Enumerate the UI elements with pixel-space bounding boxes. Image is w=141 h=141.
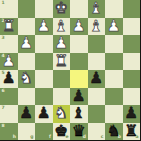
square-c8[interactable]: c [88, 123, 106, 141]
square-d3[interactable] [70, 35, 88, 53]
square-b1[interactable] [105, 0, 123, 18]
square-f7[interactable]: ♟ [35, 105, 53, 123]
square-e7[interactable]: ♞ [53, 105, 71, 123]
piece-white-bishop[interactable]: ♝ [54, 18, 68, 34]
square-g1[interactable] [18, 0, 36, 18]
square-f8[interactable]: f [35, 123, 53, 141]
square-g5[interactable]: ♞ [18, 70, 36, 88]
square-b8[interactable]: b♞ [105, 123, 123, 141]
square-c4[interactable] [88, 53, 106, 71]
square-a4[interactable] [123, 53, 141, 71]
piece-black-queen[interactable]: ♛ [72, 123, 86, 139]
square-g2[interactable] [18, 18, 36, 36]
square-e2[interactable]: ♝ [53, 18, 71, 36]
piece-black-pawn[interactable]: ♟ [124, 106, 138, 122]
square-g3[interactable]: ♟ [18, 35, 36, 53]
piece-black-bishop[interactable]: ♝ [72, 106, 86, 122]
square-h6[interactable]: 6 [0, 88, 18, 106]
square-h3[interactable]: 3 [0, 35, 18, 53]
square-e6[interactable] [53, 88, 71, 106]
square-f4[interactable] [35, 53, 53, 71]
square-f3[interactable] [35, 35, 53, 53]
square-e4[interactable]: ♜ [53, 53, 71, 71]
piece-black-pawn[interactable]: ♟ [89, 71, 103, 87]
square-b2[interactable]: ♟ [105, 18, 123, 36]
piece-black-pawn[interactable]: ♟ [2, 71, 16, 87]
square-a2[interactable] [123, 18, 141, 36]
square-d6[interactable]: ♟ [70, 88, 88, 106]
file-label-f: f [49, 135, 51, 140]
piece-black-pawn[interactable]: ♟ [37, 106, 51, 122]
piece-white-pawn[interactable]: ♟ [19, 36, 33, 52]
piece-white-pawn[interactable]: ♟ [54, 36, 68, 52]
square-h4[interactable]: 4♟ [0, 53, 18, 71]
piece-white-king[interactable]: ♚ [54, 1, 68, 17]
square-d1[interactable] [70, 0, 88, 18]
rank-label-1: 1 [2, 1, 5, 6]
piece-white-rook[interactable]: ♜ [2, 18, 16, 34]
square-h5[interactable]: 5♟ [0, 70, 18, 88]
piece-black-knight[interactable]: ♞ [107, 123, 121, 139]
square-a7[interactable]: ♟ [123, 105, 141, 123]
piece-black-pawn[interactable]: ♟ [19, 106, 33, 122]
square-a6[interactable] [123, 88, 141, 106]
square-g4[interactable] [18, 53, 36, 71]
square-f6[interactable] [35, 88, 53, 106]
square-c1[interactable]: ♝ [88, 0, 106, 18]
square-d5[interactable] [70, 70, 88, 88]
square-a5[interactable] [123, 70, 141, 88]
square-h8[interactable]: 8h [0, 123, 18, 141]
chess-board: 1♚♝2♜♟♝♟♝♟3♟♟4♟♜5♟♞♟6♟7♟♟♞♝♟8hgfe♚d♛cb♞a… [0, 0, 140, 140]
square-d2[interactable]: ♟ [70, 18, 88, 36]
rank-label-3: 3 [2, 36, 5, 41]
piece-black-pawn[interactable]: ♟ [72, 88, 86, 104]
square-h1[interactable]: 1 [0, 0, 18, 18]
rank-label-8: 8 [2, 124, 5, 129]
square-b6[interactable] [105, 88, 123, 106]
square-g8[interactable]: g [18, 123, 36, 141]
square-b7[interactable] [105, 105, 123, 123]
piece-white-pawn[interactable]: ♟ [37, 18, 51, 34]
square-a3[interactable] [123, 35, 141, 53]
square-a1[interactable] [123, 0, 141, 18]
square-e8[interactable]: e♚ [53, 123, 71, 141]
file-label-c: c [101, 135, 104, 140]
square-e1[interactable]: ♚ [53, 0, 71, 18]
piece-white-bishop[interactable]: ♝ [89, 18, 103, 34]
piece-white-knight[interactable]: ♞ [54, 106, 68, 122]
piece-black-rook[interactable]: ♜ [124, 123, 138, 139]
square-d7[interactable]: ♝ [70, 105, 88, 123]
square-g6[interactable] [18, 88, 36, 106]
square-f5[interactable] [35, 70, 53, 88]
square-c5[interactable]: ♟ [88, 70, 106, 88]
piece-black-king[interactable]: ♚ [54, 123, 68, 139]
square-f2[interactable]: ♟ [35, 18, 53, 36]
rank-label-6: 6 [2, 89, 5, 94]
square-h7[interactable]: 7 [0, 105, 18, 123]
piece-white-rook[interactable]: ♜ [54, 53, 68, 69]
square-f1[interactable] [35, 0, 53, 18]
square-d8[interactable]: d♛ [70, 123, 88, 141]
square-b3[interactable] [105, 35, 123, 53]
square-g7[interactable]: ♟ [18, 105, 36, 123]
rank-label-7: 7 [2, 106, 5, 111]
piece-white-pawn[interactable]: ♟ [72, 18, 86, 34]
piece-white-pawn[interactable]: ♟ [107, 18, 121, 34]
piece-white-knight[interactable]: ♞ [19, 71, 33, 87]
file-label-h: h [13, 135, 16, 140]
file-label-g: g [30, 135, 33, 140]
square-c3[interactable] [88, 35, 106, 53]
square-d4[interactable] [70, 53, 88, 71]
square-e5[interactable] [53, 70, 71, 88]
square-b4[interactable] [105, 53, 123, 71]
square-c6[interactable] [88, 88, 106, 106]
square-e3[interactable]: ♟ [53, 35, 71, 53]
piece-white-bishop[interactable]: ♝ [89, 1, 103, 17]
square-c7[interactable] [88, 105, 106, 123]
piece-white-pawn[interactable]: ♟ [2, 53, 16, 69]
square-a8[interactable]: a♜ [123, 123, 141, 141]
square-b5[interactable] [105, 70, 123, 88]
square-c2[interactable]: ♝ [88, 18, 106, 36]
square-h2[interactable]: 2♜ [0, 18, 18, 36]
